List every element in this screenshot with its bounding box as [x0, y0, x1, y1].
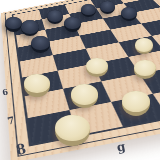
black-checker-e3: [64, 17, 81, 32]
black-checker-g3: [21, 20, 39, 36]
pieces-layer: [0, 0, 160, 160]
black-checker-g4: [31, 36, 50, 53]
black-checker-h2: [5, 17, 22, 32]
cream-checker-e5: [134, 60, 156, 79]
cream-checker-e7: [122, 91, 150, 116]
black-checker-c2: [121, 7, 137, 21]
cream-checker-g8: [55, 115, 90, 146]
black-checker-e1: [81, 4, 96, 17]
cream-checker-h6: [24, 74, 50, 97]
cream-checker-d4: [135, 38, 153, 54]
cream-checker-f5: [86, 58, 108, 77]
black-checker-d1: [100, 1, 115, 14]
photo-stage: 678hg: [0, 0, 160, 160]
cream-checker-g6: [71, 84, 98, 108]
black-checker-f2: [47, 10, 63, 24]
